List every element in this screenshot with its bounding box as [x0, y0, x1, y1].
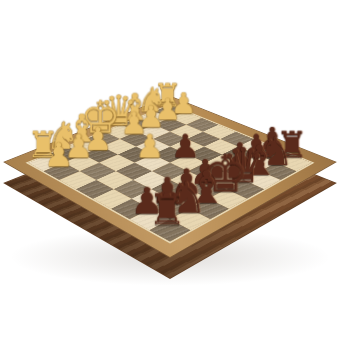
white-pawn-e4[interactable]: ♟ — [119, 130, 179, 164]
square-h8[interactable]: ♜ — [149, 219, 190, 241]
black-rook-h8[interactable]: ♜ — [132, 187, 202, 231]
white-pawn-h2[interactable]: ♟ — [28, 138, 89, 172]
product-photo-scene: ♜♟♟♜♞♟♟♞♝♟♟♝♛♟♟♛♚♟♟♚♝♟♟♝♞♟♟♞♜♟♟♜ — [0, 0, 340, 340]
square-h2[interactable]: ♟ — [44, 162, 80, 179]
